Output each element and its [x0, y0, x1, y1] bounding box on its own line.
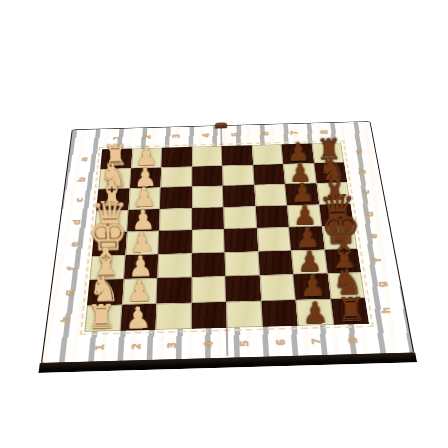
square-a5[interactable] — [222, 145, 253, 165]
square-f4[interactable] — [191, 252, 225, 277]
white-pawn-glyph: ♟ — [124, 301, 151, 331]
square-c3[interactable] — [160, 187, 192, 209]
square-g6[interactable] — [259, 274, 295, 300]
coord-bottom-5: 5 — [237, 336, 253, 350]
square-f5[interactable] — [225, 251, 260, 276]
coord-top-6: 6 — [259, 129, 272, 139]
coord-bottom-7: 7 — [309, 334, 326, 348]
square-h3[interactable] — [156, 302, 192, 329]
square-b5[interactable] — [222, 165, 254, 186]
coord-right-h: h — [378, 303, 395, 316]
chess-board: 1234567812345678abcdefghabcdefgh♜♞♝♛♚♝♞♜… — [42, 122, 413, 363]
coord-bottom-3: 3 — [165, 338, 181, 352]
square-b4[interactable] — [192, 165, 223, 186]
photo-background: 1234567812345678abcdefghabcdefgh♜♞♝♛♚♝♞♜… — [0, 0, 448, 448]
square-d4[interactable] — [192, 207, 224, 230]
coord-right-c: c — [359, 187, 374, 198]
piece-white-rook-h1[interactable]: ♜ — [84, 296, 121, 333]
coord-bottom-4: 4 — [201, 337, 217, 351]
square-c4[interactable] — [192, 186, 224, 208]
square-d3[interactable] — [159, 208, 192, 231]
square-g5[interactable] — [225, 275, 260, 301]
square-c5[interactable] — [223, 185, 255, 207]
coord-bottom-8: 8 — [345, 333, 362, 347]
black-pawn-glyph: ♟ — [302, 296, 329, 326]
square-c6[interactable] — [254, 184, 287, 206]
square-e5[interactable] — [224, 228, 258, 252]
square-h6[interactable] — [261, 300, 298, 327]
piece-white-pawn-h2[interactable]: ♟ — [119, 295, 156, 332]
square-e4[interactable] — [191, 229, 224, 253]
coord-left-h: h — [58, 312, 75, 326]
black-rook-glyph: ♜ — [336, 292, 366, 326]
white-rook-glyph: ♜ — [87, 299, 117, 333]
coord-left-c: c — [72, 195, 87, 206]
coord-top-3: 3 — [171, 131, 184, 141]
square-h5[interactable] — [226, 300, 262, 327]
square-f3[interactable] — [157, 253, 191, 278]
square-g3[interactable] — [156, 277, 191, 303]
square-b3[interactable] — [161, 166, 192, 187]
square-a6[interactable] — [252, 144, 284, 164]
square-d5[interactable] — [223, 206, 256, 229]
coord-bottom-6: 6 — [273, 335, 290, 349]
board-hinge — [216, 123, 227, 128]
coord-right-b: b — [355, 166, 370, 176]
coord-right-f: f — [370, 254, 387, 266]
square-g4[interactable] — [191, 276, 226, 302]
coord-top-4: 4 — [200, 131, 213, 141]
coord-left-a: a — [77, 154, 91, 164]
square-h4[interactable] — [191, 301, 227, 328]
coord-right-d: d — [362, 208, 378, 219]
square-d6[interactable] — [255, 205, 289, 228]
square-f6[interactable] — [258, 250, 293, 275]
coord-bottom-1: 1 — [92, 340, 109, 354]
piece-black-rook-h8[interactable]: ♜ — [332, 289, 369, 326]
coord-right-e: e — [366, 230, 382, 242]
coord-right-a: a — [352, 147, 367, 157]
coord-left-b: b — [75, 174, 89, 184]
coord-bottom-2: 2 — [129, 339, 145, 353]
square-e6[interactable] — [256, 227, 291, 251]
square-b6[interactable] — [253, 164, 285, 185]
coord-left-d: d — [70, 216, 85, 227]
square-a4[interactable] — [192, 146, 222, 166]
piece-black-pawn-h7[interactable]: ♟ — [297, 290, 334, 327]
coord-left-e: e — [67, 239, 82, 251]
coord-left-g: g — [61, 287, 77, 300]
coord-right-g: g — [374, 278, 391, 291]
square-e3[interactable] — [158, 230, 191, 254]
coord-top-5: 5 — [230, 130, 243, 140]
square-a3[interactable] — [161, 147, 192, 167]
coord-left-f: f — [64, 262, 80, 274]
